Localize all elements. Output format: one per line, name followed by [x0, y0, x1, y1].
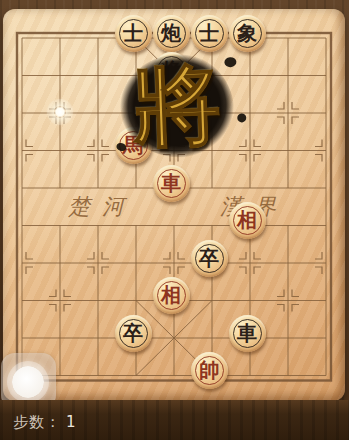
piece-glyph: 炮 — [153, 15, 190, 52]
piece-glyph: 卒 — [115, 315, 152, 352]
piece-glyph: 帥 — [191, 352, 228, 389]
bottom-bar: 步数：1 — [0, 400, 349, 440]
move-count-value: 1 — [66, 413, 77, 431]
piece-black-cannon[interactable]: 炮 — [153, 15, 190, 52]
piece-glyph: 相 — [229, 202, 266, 239]
piece-black-elephant[interactable]: 象 — [229, 15, 266, 52]
assistive-touch-dot — [12, 366, 44, 398]
piece-black-soldier[interactable]: 卒 — [115, 315, 152, 352]
piece-black-soldier[interactable]: 卒 — [191, 240, 228, 277]
piece-red-chariot[interactable]: 車 — [153, 165, 190, 202]
piece-red-elephant[interactable]: 相 — [153, 277, 190, 314]
piece-glyph: 卒 — [191, 240, 228, 277]
check-animation: 將 — [116, 49, 239, 163]
piece-glyph: 象 — [229, 15, 266, 52]
piece-glyph: 車 — [153, 165, 190, 202]
piece-red-elephant[interactable]: 相 — [229, 202, 266, 239]
piece-red-general[interactable]: 帥 — [191, 352, 228, 389]
check-text: 將 — [118, 52, 236, 160]
move-counter: 步数：1 — [13, 413, 77, 432]
piece-glyph: 士 — [191, 15, 228, 52]
move-count-label: 步数： — [13, 413, 61, 431]
piece-glyph: 士 — [115, 15, 152, 52]
piece-black-chariot[interactable]: 車 — [229, 315, 266, 352]
game-screen: 楚河 漢界 士炮士象将馬車相卒相卒車帥 將 步数：1 — [0, 0, 349, 440]
piece-black-advisor[interactable]: 士 — [191, 15, 228, 52]
piece-glyph: 相 — [153, 277, 190, 314]
sparkle-effect — [54, 106, 66, 118]
piece-glyph: 車 — [229, 315, 266, 352]
piece-black-advisor[interactable]: 士 — [115, 15, 152, 52]
